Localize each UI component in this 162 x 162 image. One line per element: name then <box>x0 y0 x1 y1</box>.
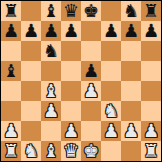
square-f3[interactable]: ♞ <box>101 101 121 121</box>
piece-black-pawn[interactable]: ♟ <box>103 21 119 41</box>
square-h4[interactable] <box>141 81 161 101</box>
square-g8[interactable]: ♞ <box>121 1 141 21</box>
square-a1[interactable]: ♜ <box>1 141 21 161</box>
piece-white-knight[interactable]: ♞ <box>23 141 39 161</box>
piece-white-rook[interactable]: ♜ <box>143 141 159 161</box>
square-g4[interactable] <box>121 81 141 101</box>
square-f1[interactable] <box>101 141 121 161</box>
square-g5[interactable] <box>121 61 141 81</box>
square-c5[interactable] <box>41 61 61 81</box>
square-d5[interactable] <box>61 61 81 81</box>
square-f2[interactable]: ♟ <box>101 121 121 141</box>
piece-white-pawn[interactable]: ♟ <box>143 121 159 141</box>
piece-black-bishop[interactable]: ♝ <box>43 1 59 21</box>
square-b4[interactable] <box>21 81 41 101</box>
square-g1[interactable] <box>121 141 141 161</box>
square-a2[interactable]: ♟ <box>1 121 21 141</box>
square-b1[interactable]: ♞ <box>21 141 41 161</box>
piece-white-pawn[interactable]: ♟ <box>63 121 79 141</box>
piece-white-king[interactable]: ♚ <box>83 141 99 161</box>
square-e5[interactable]: ♟ <box>81 61 101 81</box>
square-b7[interactable]: ♟ <box>21 21 41 41</box>
square-h3[interactable] <box>141 101 161 121</box>
square-d4[interactable] <box>61 81 81 101</box>
piece-white-bishop[interactable]: ♝ <box>43 141 59 161</box>
square-b2[interactable] <box>21 121 41 141</box>
square-e6[interactable] <box>81 41 101 61</box>
square-a8[interactable]: ♜ <box>1 1 21 21</box>
square-a6[interactable] <box>1 41 21 61</box>
square-e8[interactable]: ♚ <box>81 1 101 21</box>
square-e7[interactable] <box>81 21 101 41</box>
square-f8[interactable] <box>101 1 121 21</box>
square-f4[interactable] <box>101 81 121 101</box>
square-h7[interactable]: ♟ <box>141 21 161 41</box>
square-c8[interactable]: ♝ <box>41 1 61 21</box>
square-d7[interactable]: ♟ <box>61 21 81 41</box>
piece-black-pawn[interactable]: ♟ <box>63 21 79 41</box>
square-a4[interactable] <box>1 81 21 101</box>
piece-black-pawn[interactable]: ♟ <box>3 21 19 41</box>
square-f7[interactable]: ♟ <box>101 21 121 41</box>
square-d8[interactable]: ♛ <box>61 1 81 21</box>
square-b8[interactable] <box>21 1 41 21</box>
square-b3[interactable] <box>21 101 41 121</box>
square-e3[interactable] <box>81 101 101 121</box>
square-c2[interactable] <box>41 121 61 141</box>
piece-white-rook[interactable]: ♜ <box>3 141 19 161</box>
square-c1[interactable]: ♝ <box>41 141 61 161</box>
square-c3[interactable]: ♟ <box>41 101 61 121</box>
square-c6[interactable]: ♞ <box>41 41 61 61</box>
chess-board: ♜♝♛♚♞♜♟♟♟♟♟♟♟♞♝♟♝♟♟♞♟♟♟♟♟♜♞♝♛♚♜ <box>0 0 162 162</box>
piece-white-pawn[interactable]: ♟ <box>103 121 119 141</box>
square-e1[interactable]: ♚ <box>81 141 101 161</box>
piece-black-pawn[interactable]: ♟ <box>143 21 159 41</box>
square-d3[interactable] <box>61 101 81 121</box>
piece-white-pawn[interactable]: ♟ <box>123 121 139 141</box>
piece-white-pawn[interactable]: ♟ <box>3 121 19 141</box>
piece-black-knight[interactable]: ♞ <box>123 1 139 21</box>
piece-black-pawn[interactable]: ♟ <box>23 21 39 41</box>
piece-black-pawn[interactable]: ♟ <box>123 21 139 41</box>
piece-white-pawn[interactable]: ♟ <box>43 101 59 121</box>
square-b6[interactable] <box>21 41 41 61</box>
square-f6[interactable] <box>101 41 121 61</box>
square-a5[interactable]: ♝ <box>1 61 21 81</box>
square-c4[interactable]: ♝ <box>41 81 61 101</box>
square-g3[interactable] <box>121 101 141 121</box>
piece-black-rook[interactable]: ♜ <box>143 1 159 21</box>
piece-black-pawn[interactable]: ♟ <box>83 61 99 81</box>
square-b5[interactable] <box>21 61 41 81</box>
piece-white-queen[interactable]: ♛ <box>63 141 79 161</box>
square-g7[interactable]: ♟ <box>121 21 141 41</box>
piece-white-bishop[interactable]: ♝ <box>43 81 59 101</box>
square-d2[interactable]: ♟ <box>61 121 81 141</box>
square-g2[interactable]: ♟ <box>121 121 141 141</box>
square-d1[interactable]: ♛ <box>61 141 81 161</box>
square-h8[interactable]: ♜ <box>141 1 161 21</box>
square-h6[interactable] <box>141 41 161 61</box>
square-e4[interactable]: ♟ <box>81 81 101 101</box>
piece-black-knight[interactable]: ♞ <box>43 41 59 61</box>
square-f5[interactable] <box>101 61 121 81</box>
piece-white-pawn[interactable]: ♟ <box>83 81 99 101</box>
square-d6[interactable] <box>61 41 81 61</box>
square-h1[interactable]: ♜ <box>141 141 161 161</box>
square-g6[interactable] <box>121 41 141 61</box>
piece-black-queen[interactable]: ♛ <box>63 1 79 21</box>
piece-black-pawn[interactable]: ♟ <box>43 21 59 41</box>
piece-white-knight[interactable]: ♞ <box>103 101 119 121</box>
square-c7[interactable]: ♟ <box>41 21 61 41</box>
square-e2[interactable] <box>81 121 101 141</box>
piece-black-rook[interactable]: ♜ <box>3 1 19 21</box>
piece-black-bishop[interactable]: ♝ <box>3 61 19 81</box>
piece-black-king[interactable]: ♚ <box>83 1 99 21</box>
square-h2[interactable]: ♟ <box>141 121 161 141</box>
square-a3[interactable] <box>1 101 21 121</box>
square-a7[interactable]: ♟ <box>1 21 21 41</box>
square-h5[interactable] <box>141 61 161 81</box>
